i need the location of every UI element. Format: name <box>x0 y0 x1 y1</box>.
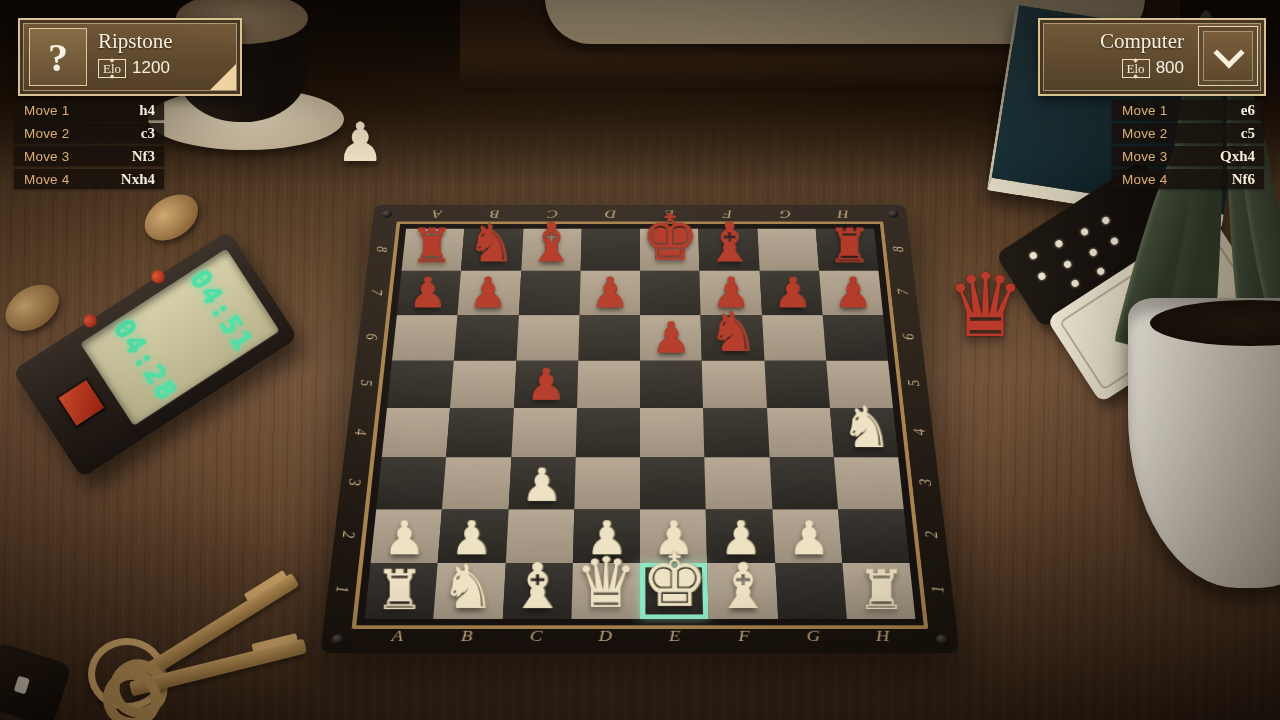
board-screw <box>936 634 949 644</box>
white-pawn-c3[interactable]: ♟ <box>508 462 574 508</box>
move-row-white-1: Move 1h4 <box>14 100 164 120</box>
move-label: Move 1 <box>24 103 69 118</box>
clock-body: 04:28 04:51 <box>12 230 298 478</box>
black-rook-h8[interactable]: ♜ <box>819 223 879 270</box>
move-row-black-1: Move 1e6 <box>1112 100 1264 120</box>
square-b7[interactable]: ♟ <box>458 271 521 315</box>
move-value: Nf6 <box>1232 171 1255 188</box>
square-c8[interactable]: ♝ <box>521 229 582 271</box>
file-label-bottom-F: F <box>729 627 758 645</box>
avatar: ? <box>29 28 87 86</box>
square-d7[interactable]: ♟ <box>579 271 640 315</box>
chess-game-screen: 04:28 04:51 ♜♞♝♚♝♜♟♟♟♟♟♟♟♞♟♞♟♟♟♟♟♟♟♜♞♝♛♚… <box>0 0 1280 720</box>
move-value: Nxh4 <box>121 171 155 188</box>
player-name-white: Ripstone <box>98 29 173 54</box>
move-label: Move 4 <box>24 172 69 187</box>
move-value: Qxh4 <box>1220 148 1255 165</box>
black-pawn-b7[interactable]: ♟ <box>458 272 519 314</box>
file-label-top-D: D <box>599 207 623 220</box>
white-king-e1[interactable]: ♚ <box>640 544 709 618</box>
white-bishop-f1[interactable]: ♝ <box>709 555 778 618</box>
move-value: e6 <box>1241 102 1255 119</box>
white-knight-b1[interactable]: ♞ <box>434 557 503 618</box>
move-row-white-4: Move 4Nxh4 <box>14 169 164 189</box>
square-g2[interactable]: ♟ <box>772 509 842 563</box>
player-panel-white: ? Ripstone Elo 1200 <box>18 18 242 96</box>
square-e4[interactable] <box>640 408 705 457</box>
black-bishop-f8[interactable]: ♝ <box>700 215 760 270</box>
black-knight-f6[interactable]: ♞ <box>702 305 764 360</box>
clock-button-left[interactable] <box>0 275 67 340</box>
square-d3[interactable] <box>574 457 640 509</box>
move-row-black-3: Move 3Qxh4 <box>1112 146 1264 166</box>
square-e3[interactable] <box>640 457 706 509</box>
square-f6[interactable]: ♞ <box>701 315 764 361</box>
move-value: c3 <box>141 125 155 142</box>
square-g7[interactable]: ♟ <box>759 271 822 315</box>
square-e1[interactable]: ♚ <box>640 563 709 619</box>
captured-black-queen: ♛ <box>946 262 1025 350</box>
clock-pin <box>149 268 167 286</box>
black-bishop-c8[interactable]: ♝ <box>521 215 581 270</box>
square-h7[interactable]: ♟ <box>819 271 883 315</box>
white-queen-d1[interactable]: ♛ <box>571 548 640 618</box>
move-row-black-2: Move 2c5 <box>1112 123 1264 143</box>
rank-label-left-6: 6 <box>360 327 382 346</box>
elo-badge-icon: Elo <box>98 59 126 78</box>
black-knight-b8[interactable]: ♞ <box>461 217 521 270</box>
square-a8[interactable]: ♜ <box>402 229 465 271</box>
chevron-down-icon <box>1213 37 1244 68</box>
player-name-black: Computer <box>1100 29 1184 54</box>
file-label-top-A: A <box>424 207 449 220</box>
file-label-bottom-B: B <box>452 627 482 645</box>
square-b5[interactable] <box>450 361 516 408</box>
black-pawn-c5[interactable]: ♟ <box>514 363 577 407</box>
white-bishop-c1[interactable]: ♝ <box>502 555 571 618</box>
square-g1[interactable] <box>775 563 847 619</box>
square-c5[interactable]: ♟ <box>514 361 579 408</box>
white-rook-a1[interactable]: ♜ <box>365 563 434 617</box>
square-f8[interactable]: ♝ <box>698 229 759 271</box>
file-label-bottom-A: A <box>382 627 412 645</box>
square-b3[interactable] <box>442 457 511 509</box>
square-c7[interactable] <box>518 271 580 315</box>
captured-white-pawn: ♟ <box>336 116 384 170</box>
square-b4[interactable] <box>446 408 513 457</box>
square-h2[interactable] <box>838 509 910 563</box>
chess-board: ♜♞♝♚♝♜♟♟♟♟♟♟♟♞♟♞♟♟♟♟♟♟♟♜♞♝♛♚♝♜ AABBCCDDE… <box>320 205 960 653</box>
elo-row-white: Elo 1200 <box>98 58 170 78</box>
square-h1[interactable]: ♜ <box>842 563 915 619</box>
square-d1[interactable]: ♛ <box>571 563 640 619</box>
square-f5[interactable] <box>702 361 767 408</box>
board-screw <box>381 211 392 218</box>
file-label-bottom-C: C <box>521 627 550 645</box>
move-list-white: Move 1h4Move 2c3Move 3Nf3Move 4Nxh4 <box>14 100 164 189</box>
square-d6[interactable] <box>578 315 640 361</box>
square-a4[interactable] <box>382 408 450 457</box>
square-f1[interactable]: ♝ <box>707 563 777 619</box>
move-value: c5 <box>1241 125 1255 142</box>
white-rook-h1[interactable]: ♜ <box>846 563 915 617</box>
square-e6[interactable]: ♟ <box>640 315 702 361</box>
square-e7[interactable] <box>640 271 701 315</box>
black-pawn-a7[interactable]: ♟ <box>397 272 458 314</box>
square-g8[interactable] <box>757 229 819 271</box>
player-panel-black: Computer Elo 800 <box>1038 18 1266 96</box>
clock-pin <box>81 312 99 330</box>
move-row-white-3: Move 3Nf3 <box>14 146 164 166</box>
square-a6[interactable] <box>392 315 458 361</box>
rank-label-left-1: 1 <box>330 578 354 601</box>
square-a2[interactable]: ♟ <box>371 509 443 563</box>
square-g6[interactable] <box>762 315 826 361</box>
elo-row-black: Elo 800 <box>1122 58 1184 78</box>
square-g4[interactable] <box>767 408 834 457</box>
square-h4[interactable]: ♞ <box>830 408 898 457</box>
key-fob <box>0 642 72 720</box>
square-e5[interactable] <box>640 361 703 408</box>
square-a5[interactable] <box>387 361 454 408</box>
black-pawn-g7[interactable]: ♟ <box>762 272 823 314</box>
move-row-black-4: Move 4Nf6 <box>1112 169 1264 189</box>
file-label-bottom-E: E <box>660 627 689 645</box>
square-b6[interactable] <box>454 315 518 361</box>
board-screw <box>331 634 344 644</box>
clock-pause-button[interactable] <box>59 380 105 426</box>
square-f3[interactable] <box>705 457 772 509</box>
rank-label-right-7: 7 <box>893 283 914 301</box>
square-c6[interactable] <box>516 315 579 361</box>
clock-time-white: 04:28 <box>107 313 183 406</box>
square-c1[interactable]: ♝ <box>502 563 572 619</box>
square-e8[interactable]: ♚ <box>640 229 700 271</box>
file-label-top-H: H <box>831 207 856 220</box>
rank-label-right-1: 1 <box>926 578 950 601</box>
rank-label-left-5: 5 <box>355 374 377 394</box>
square-d4[interactable] <box>575 408 640 457</box>
file-label-top-C: C <box>541 207 565 220</box>
square-a3[interactable] <box>376 457 446 509</box>
elo-value-black: 800 <box>1156 58 1184 78</box>
black-pawn-d7[interactable]: ♟ <box>579 272 640 314</box>
rank-label-left-2: 2 <box>336 524 360 546</box>
black-pawn-e6[interactable]: ♟ <box>640 316 702 359</box>
file-label-bottom-G: G <box>798 627 828 645</box>
white-knight-h4[interactable]: ♞ <box>834 399 899 456</box>
rank-label-right-5: 5 <box>903 374 925 394</box>
board-squares: ♜♞♝♚♝♜♟♟♟♟♟♟♟♞♟♞♟♟♟♟♟♟♟♜♞♝♛♚♝♜ <box>365 229 916 619</box>
square-g3[interactable] <box>769 457 838 509</box>
file-label-top-G: G <box>773 207 798 220</box>
move-label: Move 2 <box>1122 126 1167 141</box>
square-a7[interactable]: ♟ <box>397 271 461 315</box>
rank-label-right-2: 2 <box>920 524 944 546</box>
move-label: Move 2 <box>24 126 69 141</box>
move-row-white-2: Move 2c3 <box>14 123 164 143</box>
rank-label-left-3: 3 <box>343 472 366 493</box>
expand-panel-button[interactable] <box>1198 26 1258 86</box>
file-label-bottom-D: D <box>591 627 620 645</box>
chess-clock: 04:28 04:51 <box>0 182 346 530</box>
square-g5[interactable] <box>764 361 830 408</box>
rank-label-right-6: 6 <box>898 327 920 346</box>
square-a1[interactable]: ♜ <box>365 563 438 619</box>
white-pawn-a2[interactable]: ♟ <box>371 515 438 562</box>
square-h3[interactable] <box>834 457 904 509</box>
move-label: Move 1 <box>1122 103 1167 118</box>
rank-label-right-8: 8 <box>888 240 909 257</box>
rank-label-left-8: 8 <box>371 240 392 257</box>
square-f4[interactable] <box>703 408 769 457</box>
square-d8[interactable] <box>580 229 640 271</box>
move-value: h4 <box>139 102 155 119</box>
move-label: Move 4 <box>1122 172 1167 187</box>
clock-button-right[interactable] <box>136 185 206 250</box>
square-b8[interactable]: ♞ <box>461 229 523 271</box>
elo-badge-icon: Elo <box>1122 59 1150 78</box>
clock-display: 04:28 04:51 <box>80 249 279 426</box>
rank-label-right-3: 3 <box>914 472 937 493</box>
move-value: Nf3 <box>132 148 155 165</box>
square-h8[interactable]: ♜ <box>815 229 878 271</box>
board-screw <box>888 211 899 218</box>
move-label: Move 3 <box>1122 149 1167 164</box>
black-rook-a8[interactable]: ♜ <box>402 223 462 270</box>
move-label: Move 3 <box>24 149 69 164</box>
file-label-bottom-H: H <box>868 627 898 645</box>
file-label-top-E: E <box>657 207 681 220</box>
black-pawn-h7[interactable]: ♟ <box>822 272 883 314</box>
rank-label-left-4: 4 <box>349 422 372 442</box>
file-label-top-F: F <box>715 207 739 220</box>
square-h6[interactable] <box>822 315 888 361</box>
square-c4[interactable] <box>511 408 577 457</box>
move-list-black: Move 1e6Move 2c5Move 3Qxh4Move 4Nf6 <box>1112 100 1264 189</box>
square-d5[interactable] <box>577 361 640 408</box>
white-pawn-g2[interactable]: ♟ <box>775 515 842 562</box>
rank-label-right-4: 4 <box>909 422 932 442</box>
rank-label-left-7: 7 <box>366 283 387 301</box>
clock-time-black: 04:51 <box>184 263 260 356</box>
square-b1[interactable]: ♞ <box>433 563 505 619</box>
turn-indicator-corner <box>210 64 236 90</box>
square-c3[interactable]: ♟ <box>508 457 575 509</box>
elo-value-white: 1200 <box>132 58 170 78</box>
file-label-top-B: B <box>482 207 507 220</box>
